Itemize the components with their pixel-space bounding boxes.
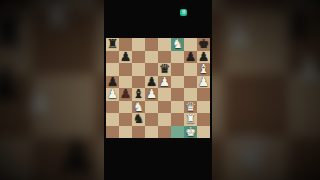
square-b6[interactable] xyxy=(119,63,132,76)
square-e5[interactable]: ♟ xyxy=(158,76,171,89)
square-c6[interactable] xyxy=(132,63,145,76)
board: ♜♞♚♟♟♟♛♝♟♟♟♟♟♟♝♟♞♛♞♜♚ xyxy=(106,38,210,138)
square-b2[interactable] xyxy=(119,113,132,126)
piece-white-knight[interactable]: ♞ xyxy=(171,38,184,51)
piece-black-knight[interactable]: ♞ xyxy=(132,113,145,126)
piece-black-pawn[interactable]: ♟ xyxy=(119,88,132,101)
square-h2[interactable] xyxy=(197,113,210,126)
video-strip: ♜♞♚♟♟♟♛♝♟♟♟♟♟♟♝♟♞♛♞♜♚ !! xyxy=(104,0,212,180)
square-c7[interactable] xyxy=(132,51,145,64)
piece-white-pawn[interactable]: ♟ xyxy=(158,76,171,89)
square-e3[interactable] xyxy=(158,101,171,114)
square-a1[interactable] xyxy=(106,126,119,139)
square-f2[interactable] xyxy=(171,113,184,126)
square-d7[interactable] xyxy=(145,51,158,64)
piece-white-pawn[interactable]: ♟ xyxy=(106,88,119,101)
square-a4[interactable]: ♟ xyxy=(106,88,119,101)
piece-black-pawn[interactable]: ♟ xyxy=(184,51,197,64)
square-b7[interactable]: ♟ xyxy=(119,51,132,64)
piece-black-rook[interactable]: ♜ xyxy=(106,38,119,51)
square-e1[interactable] xyxy=(158,126,171,139)
square-f5[interactable] xyxy=(171,76,184,89)
square-f4[interactable] xyxy=(171,88,184,101)
square-f7[interactable] xyxy=(171,51,184,64)
square-h4[interactable] xyxy=(197,88,210,101)
square-g6[interactable] xyxy=(184,63,197,76)
square-a8[interactable]: ♜ xyxy=(106,38,119,51)
square-d3[interactable] xyxy=(145,101,158,114)
square-b4[interactable]: ♟ xyxy=(119,88,132,101)
square-d2[interactable] xyxy=(145,113,158,126)
square-h1[interactable] xyxy=(197,126,210,139)
brilliant-move-badge: !! xyxy=(180,9,187,16)
square-e8[interactable] xyxy=(158,38,171,51)
square-g1[interactable]: ♚ xyxy=(184,126,197,139)
piece-white-king[interactable]: ♚ xyxy=(184,126,197,139)
square-f8[interactable]: ♞ xyxy=(171,38,184,51)
square-a3[interactable] xyxy=(106,101,119,114)
square-b1[interactable] xyxy=(119,126,132,139)
square-c1[interactable] xyxy=(132,126,145,139)
square-h3[interactable] xyxy=(197,101,210,114)
square-e4[interactable] xyxy=(158,88,171,101)
square-e2[interactable] xyxy=(158,113,171,126)
square-g5[interactable] xyxy=(184,76,197,89)
square-h5[interactable]: ♟ xyxy=(197,76,210,89)
square-g7[interactable]: ♟ xyxy=(184,51,197,64)
square-a7[interactable] xyxy=(106,51,119,64)
square-c8[interactable] xyxy=(132,38,145,51)
square-d4[interactable]: ♟ xyxy=(145,88,158,101)
square-a2[interactable] xyxy=(106,113,119,126)
piece-black-pawn[interactable]: ♟ xyxy=(119,51,132,64)
square-f6[interactable] xyxy=(171,63,184,76)
square-c2[interactable]: ♞ xyxy=(132,113,145,126)
square-b3[interactable] xyxy=(119,101,132,114)
square-d1[interactable] xyxy=(145,126,158,139)
square-f3[interactable] xyxy=(171,101,184,114)
square-d8[interactable] xyxy=(145,38,158,51)
video-frame: ♜♜♟♝♟♟♟♟♛ ♜♞♚♟♟♟♛♝♟♟♟♟♟♟♝♟♞♛♞♜♚ !! xyxy=(0,0,320,180)
piece-white-pawn[interactable]: ♟ xyxy=(145,88,158,101)
square-f1[interactable] xyxy=(171,126,184,139)
piece-white-pawn[interactable]: ♟ xyxy=(197,76,210,89)
